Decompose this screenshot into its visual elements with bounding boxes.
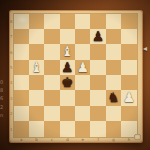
black-pawn[interactable]: ♟ (60, 60, 75, 75)
square-g1[interactable] (106, 121, 121, 136)
square-e7[interactable] (75, 29, 90, 44)
file-label-b: b (29, 137, 44, 143)
square-c2[interactable] (44, 106, 59, 121)
file-label-f: f (91, 137, 106, 143)
left-edge-artifacts: 0862n (0, 78, 7, 119)
square-g7[interactable] (106, 29, 121, 44)
square-h6[interactable] (121, 44, 136, 59)
square-g6[interactable] (106, 44, 121, 59)
square-b2[interactable] (29, 106, 44, 121)
file-label-g: g (106, 137, 121, 143)
square-f3[interactable] (90, 90, 105, 105)
square-c5[interactable] (44, 60, 59, 75)
square-f5[interactable] (90, 60, 105, 75)
file-label-c: c (44, 137, 59, 143)
square-a8[interactable] (14, 14, 29, 29)
square-f8[interactable] (90, 14, 105, 29)
square-c1[interactable] (44, 121, 59, 136)
square-d1[interactable] (60, 121, 75, 136)
square-f6[interactable] (90, 44, 105, 59)
left-edge-glyph: 0 (0, 78, 7, 86)
square-g2[interactable] (106, 106, 121, 121)
square-h8[interactable] (121, 14, 136, 29)
square-c4[interactable] (44, 75, 59, 90)
square-f4[interactable] (90, 75, 105, 90)
square-c7[interactable] (44, 29, 59, 44)
square-d4[interactable]: ♚ (60, 75, 75, 90)
left-edge-glyph: n (0, 111, 7, 119)
square-a7[interactable] (14, 29, 29, 44)
left-edge-glyph: 2 (0, 103, 7, 111)
white-bishop[interactable]: ♝ (29, 60, 44, 75)
square-f7[interactable]: ♟ (90, 29, 105, 44)
file-label-a: a (14, 137, 29, 143)
square-b3[interactable] (29, 90, 44, 105)
square-h4[interactable] (121, 75, 136, 90)
square-b4[interactable] (29, 75, 44, 90)
square-a3[interactable] (14, 90, 29, 105)
square-c3[interactable] (44, 90, 59, 105)
square-g4[interactable] (106, 75, 121, 90)
square-h2[interactable] (121, 106, 136, 121)
square-e2[interactable] (75, 106, 90, 121)
square-a4[interactable] (14, 75, 29, 90)
black-king[interactable]: ♚ (60, 75, 75, 90)
square-h5[interactable] (121, 60, 136, 75)
square-b8[interactable] (29, 14, 44, 29)
square-e1[interactable] (75, 121, 90, 136)
app-background: 87654321 abcdefgh ♟♝♝♟♟♚♞♟ 0862n ◂ (0, 0, 150, 150)
square-d5[interactable]: ♟ (60, 60, 75, 75)
square-e4[interactable] (75, 75, 90, 90)
square-b7[interactable] (29, 29, 44, 44)
white-bishop[interactable]: ♝ (60, 44, 75, 59)
square-f1[interactable] (90, 121, 105, 136)
square-c8[interactable] (44, 14, 59, 29)
square-d6[interactable]: ♝ (60, 44, 75, 59)
square-d2[interactable] (60, 106, 75, 121)
square-h3[interactable]: ♟ (121, 90, 136, 105)
square-d7[interactable] (60, 29, 75, 44)
square-c6[interactable] (44, 44, 59, 59)
board: ♟♝♝♟♟♚♞♟ (14, 14, 137, 137)
square-e6[interactable] (75, 44, 90, 59)
square-d3[interactable] (60, 90, 75, 105)
square-b6[interactable] (29, 44, 44, 59)
square-d8[interactable] (60, 14, 75, 29)
square-f2[interactable] (90, 106, 105, 121)
white-pawn[interactable]: ♟ (75, 60, 90, 75)
square-b1[interactable] (29, 121, 44, 136)
white-pawn[interactable]: ♟ (121, 90, 136, 105)
square-e3[interactable] (75, 90, 90, 105)
black-knight[interactable]: ♞ (106, 90, 121, 105)
square-g5[interactable] (106, 60, 121, 75)
collapse-arrow-icon[interactable]: ◂ (143, 44, 150, 53)
left-edge-glyph: 8 (0, 86, 7, 94)
square-e5[interactable]: ♟ (75, 60, 90, 75)
frame-corner-dot (134, 134, 141, 141)
square-a1[interactable] (14, 121, 29, 136)
left-edge-glyph: 6 (0, 94, 7, 102)
square-a5[interactable] (14, 60, 29, 75)
square-b5[interactable]: ♝ (29, 60, 44, 75)
square-e8[interactable] (75, 14, 90, 29)
square-g8[interactable] (106, 14, 121, 29)
file-label-e: e (75, 137, 90, 143)
file-labels: abcdefgh (14, 137, 137, 143)
square-a2[interactable] (14, 106, 29, 121)
square-a6[interactable] (14, 44, 29, 59)
file-label-d: d (60, 137, 75, 143)
black-pawn[interactable]: ♟ (90, 29, 105, 44)
square-g3[interactable]: ♞ (106, 90, 121, 105)
square-h7[interactable] (121, 29, 136, 44)
